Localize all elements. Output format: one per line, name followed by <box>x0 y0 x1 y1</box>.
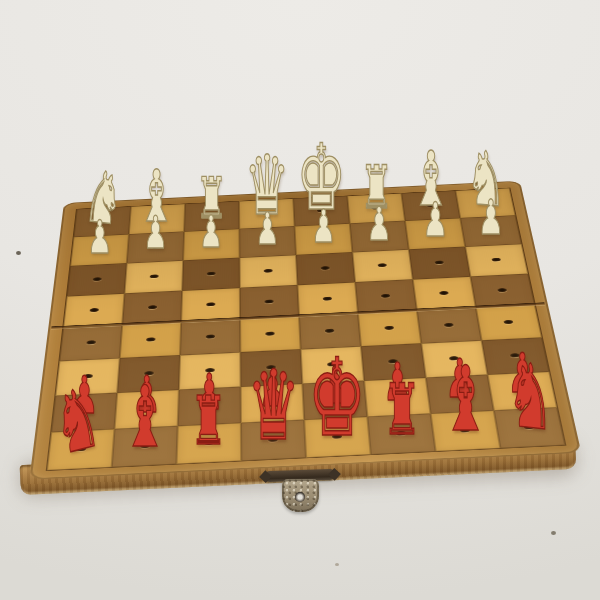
piece-cream-pawn: ♟ <box>137 219 174 256</box>
piece-cream-pawn: ♟ <box>305 211 342 248</box>
piece-red-bishop: ♝ <box>110 389 179 458</box>
scene: ♞♝♜♛♚♜♝♞♟♟♟♟♟♟♟♟♟♟♟♟♟♟♟♟♞♝♜♛♚♜♝♞ <box>0 0 600 600</box>
piece-red-knight: ♞ <box>493 367 566 440</box>
piece-red-rook: ♜ <box>181 399 236 454</box>
photo-canvas: { "subject": "Overhead-angle photo of a … <box>0 0 600 600</box>
piece-cream-pawn: ♟ <box>249 214 285 250</box>
piece-red-queen: ♛ <box>234 373 313 452</box>
piece-cream-pawn: ♟ <box>81 222 119 260</box>
pieces-layer: ♞♝♜♛♚♜♝♞♟♟♟♟♟♟♟♟♟♟♟♟♟♟♟♟♞♝♜♛♚♜♝♞ <box>0 0 600 600</box>
piece-cream-pawn: ♟ <box>360 208 398 246</box>
piece-cream-pawn: ♟ <box>471 201 511 241</box>
piece-cream-pawn: ♟ <box>416 204 455 243</box>
piece-red-bishop: ♝ <box>429 369 502 442</box>
piece-cream-pawn: ♟ <box>193 217 229 253</box>
piece-red-knight: ♞ <box>46 392 115 461</box>
